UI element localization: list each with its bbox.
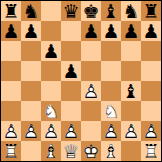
chess-board-frame: ♜♞♛♚♝♞♜♟♟♟♟♟♟♟♟♟♙♝♞♘♞♘♟♙♟♙♟♙♟♙♟♙♟♙♟♙♜♖♝♗… bbox=[0, 0, 162, 162]
white-knight: ♘ bbox=[101, 101, 121, 121]
white-knight-fill: ♞ bbox=[101, 101, 121, 121]
white-pawn: ♙ bbox=[21, 121, 41, 141]
square-b8[interactable]: ♞ bbox=[21, 1, 41, 21]
black-king: ♚ bbox=[81, 1, 101, 21]
black-rook: ♜ bbox=[141, 1, 161, 21]
black-knight: ♞ bbox=[121, 1, 141, 21]
square-h7[interactable]: ♟ bbox=[141, 21, 161, 41]
square-c6[interactable]: ♟ bbox=[41, 41, 61, 61]
square-e5[interactable] bbox=[81, 61, 101, 81]
square-f1[interactable]: ♝♗ bbox=[101, 141, 121, 161]
square-h6[interactable] bbox=[141, 41, 161, 61]
square-b6[interactable] bbox=[21, 41, 41, 61]
black-pawn: ♟ bbox=[121, 21, 141, 41]
square-c5[interactable] bbox=[41, 61, 61, 81]
square-c4[interactable] bbox=[41, 81, 61, 101]
square-b4[interactable] bbox=[21, 81, 41, 101]
square-e7[interactable]: ♟ bbox=[81, 21, 101, 41]
square-d2[interactable]: ♟♙ bbox=[61, 121, 81, 141]
square-e2[interactable] bbox=[81, 121, 101, 141]
white-pawn-fill: ♟ bbox=[61, 121, 81, 141]
square-e8[interactable]: ♚ bbox=[81, 1, 101, 21]
square-h4[interactable] bbox=[141, 81, 161, 101]
square-c2[interactable]: ♟♙ bbox=[41, 121, 61, 141]
black-queen: ♛ bbox=[61, 1, 81, 21]
white-pawn: ♙ bbox=[121, 121, 141, 141]
square-c3[interactable]: ♞♘ bbox=[41, 101, 61, 121]
white-pawn-fill: ♟ bbox=[101, 121, 121, 141]
square-b1[interactable] bbox=[21, 141, 41, 161]
square-f7[interactable]: ♟ bbox=[101, 21, 121, 41]
square-c1[interactable]: ♝♗ bbox=[41, 141, 61, 161]
square-f3[interactable]: ♞♘ bbox=[101, 101, 121, 121]
square-g5[interactable] bbox=[121, 61, 141, 81]
square-h3[interactable] bbox=[141, 101, 161, 121]
white-queen: ♕ bbox=[61, 141, 81, 161]
white-pawn: ♙ bbox=[141, 121, 161, 141]
square-g8[interactable]: ♞ bbox=[121, 1, 141, 21]
black-rook: ♜ bbox=[1, 1, 21, 21]
black-pawn: ♟ bbox=[81, 21, 101, 41]
square-f6[interactable] bbox=[101, 41, 121, 61]
white-bishop: ♗ bbox=[101, 141, 121, 161]
square-c8[interactable] bbox=[41, 1, 61, 21]
square-b5[interactable] bbox=[21, 61, 41, 81]
square-d6[interactable] bbox=[61, 41, 81, 61]
white-rook: ♖ bbox=[141, 141, 161, 161]
square-f4[interactable] bbox=[101, 81, 121, 101]
white-pawn-fill: ♟ bbox=[121, 121, 141, 141]
square-g2[interactable]: ♟♙ bbox=[121, 121, 141, 141]
white-knight-fill: ♞ bbox=[41, 101, 61, 121]
white-pawn: ♙ bbox=[101, 121, 121, 141]
black-pawn: ♟ bbox=[141, 21, 161, 41]
square-a1[interactable]: ♜♖ bbox=[1, 141, 21, 161]
square-e1[interactable]: ♚♔ bbox=[81, 141, 101, 161]
square-g1[interactable] bbox=[121, 141, 141, 161]
white-knight: ♘ bbox=[41, 101, 61, 121]
white-king-fill: ♚ bbox=[81, 141, 101, 161]
white-bishop-fill: ♝ bbox=[41, 141, 61, 161]
white-bishop-fill: ♝ bbox=[101, 141, 121, 161]
black-bishop: ♝ bbox=[121, 81, 141, 101]
square-g7[interactable]: ♟ bbox=[121, 21, 141, 41]
square-g3[interactable] bbox=[121, 101, 141, 121]
square-a3[interactable] bbox=[1, 101, 21, 121]
white-bishop: ♗ bbox=[41, 141, 61, 161]
white-pawn: ♙ bbox=[41, 121, 61, 141]
square-e4[interactable]: ♟♙ bbox=[81, 81, 101, 101]
square-a4[interactable] bbox=[1, 81, 21, 101]
black-pawn: ♟ bbox=[1, 21, 21, 41]
square-g4[interactable]: ♝ bbox=[121, 81, 141, 101]
black-pawn: ♟ bbox=[41, 41, 61, 61]
square-a5[interactable] bbox=[1, 61, 21, 81]
white-pawn-fill: ♟ bbox=[21, 121, 41, 141]
square-a7[interactable]: ♟ bbox=[1, 21, 21, 41]
white-pawn: ♙ bbox=[61, 121, 81, 141]
white-pawn-fill: ♟ bbox=[41, 121, 61, 141]
white-king: ♔ bbox=[81, 141, 101, 161]
square-a6[interactable] bbox=[1, 41, 21, 61]
square-d3[interactable] bbox=[61, 101, 81, 121]
square-h8[interactable]: ♜ bbox=[141, 1, 161, 21]
black-pawn: ♟ bbox=[21, 21, 41, 41]
square-f8[interactable]: ♝ bbox=[101, 1, 121, 21]
square-d1[interactable]: ♛♕ bbox=[61, 141, 81, 161]
square-b2[interactable]: ♟♙ bbox=[21, 121, 41, 141]
white-pawn: ♙ bbox=[1, 121, 21, 141]
black-pawn: ♟ bbox=[101, 21, 121, 41]
square-c7[interactable] bbox=[41, 21, 61, 41]
black-bishop: ♝ bbox=[101, 1, 121, 21]
square-h1[interactable]: ♜♖ bbox=[141, 141, 161, 161]
square-f2[interactable]: ♟♙ bbox=[101, 121, 121, 141]
chess-board: ♜♞♛♚♝♞♜♟♟♟♟♟♟♟♟♟♙♝♞♘♞♘♟♙♟♙♟♙♟♙♟♙♟♙♟♙♜♖♝♗… bbox=[1, 1, 161, 161]
square-d4[interactable] bbox=[61, 81, 81, 101]
square-e3[interactable] bbox=[81, 101, 101, 121]
square-d5[interactable]: ♟ bbox=[61, 61, 81, 81]
white-pawn-fill: ♟ bbox=[81, 81, 101, 101]
square-h5[interactable] bbox=[141, 61, 161, 81]
square-b7[interactable]: ♟ bbox=[21, 21, 41, 41]
square-h2[interactable]: ♟♙ bbox=[141, 121, 161, 141]
square-d7[interactable] bbox=[61, 21, 81, 41]
black-pawn: ♟ bbox=[61, 61, 81, 81]
square-e6[interactable] bbox=[81, 41, 101, 61]
square-f5[interactable] bbox=[101, 61, 121, 81]
square-g6[interactable] bbox=[121, 41, 141, 61]
square-d8[interactable]: ♛ bbox=[61, 1, 81, 21]
square-a2[interactable]: ♟♙ bbox=[1, 121, 21, 141]
white-rook-fill: ♜ bbox=[1, 141, 21, 161]
black-knight: ♞ bbox=[21, 1, 41, 21]
white-pawn-fill: ♟ bbox=[1, 121, 21, 141]
white-queen-fill: ♛ bbox=[61, 141, 81, 161]
white-pawn-fill: ♟ bbox=[141, 121, 161, 141]
white-pawn: ♙ bbox=[81, 81, 101, 101]
square-a8[interactable]: ♜ bbox=[1, 1, 21, 21]
white-rook-fill: ♜ bbox=[141, 141, 161, 161]
white-rook: ♖ bbox=[1, 141, 21, 161]
square-b3[interactable] bbox=[21, 101, 41, 121]
